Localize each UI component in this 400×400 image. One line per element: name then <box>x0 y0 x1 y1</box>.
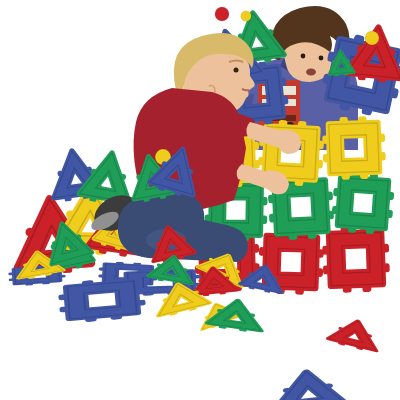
boy-right-mouth <box>306 69 316 76</box>
boy-right-eye <box>301 54 306 59</box>
floor-blue-bottom <box>264 363 352 400</box>
roof-green-triangle <box>325 47 357 77</box>
floor-green-2 <box>202 293 270 335</box>
scene: 19 <box>0 0 400 400</box>
boy-left-neck <box>202 104 228 126</box>
wall-yellow-3 <box>256 118 325 187</box>
boy-right-eye <box>319 56 324 61</box>
roof-yellow-tab <box>364 30 380 46</box>
top-yellow-tab <box>240 10 252 22</box>
wall-yellow-4 <box>321 115 387 181</box>
top-red-tab <box>214 6 230 22</box>
floor-red-right <box>323 312 387 355</box>
floor-blue-square <box>56 275 147 325</box>
